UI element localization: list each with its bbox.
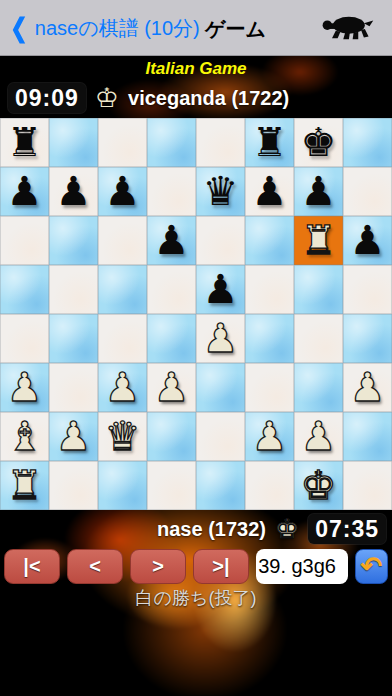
square-e1[interactable]	[196, 461, 245, 510]
square-c7[interactable]: ♟	[98, 167, 147, 216]
square-c8[interactable]	[98, 118, 147, 167]
square-e8[interactable]	[196, 118, 245, 167]
page-title: ゲーム	[205, 16, 266, 43]
black-king-icon: ♔	[95, 83, 119, 113]
square-c2[interactable]: ♛	[98, 412, 147, 461]
square-d3[interactable]: ♟	[147, 363, 196, 412]
square-b4[interactable]	[49, 314, 98, 363]
white-clock: 07:35	[308, 514, 386, 544]
square-f5[interactable]	[245, 265, 294, 314]
square-f7[interactable]: ♟	[245, 167, 294, 216]
square-b3[interactable]	[49, 363, 98, 412]
undo-button[interactable]: ↶	[355, 549, 388, 584]
square-f6[interactable]	[245, 216, 294, 265]
piece-black-pawn: ♟	[294, 167, 343, 216]
piece-white-king: ♚	[294, 461, 343, 510]
back-button[interactable]: ❮ naseの棋譜 (10分)	[8, 14, 200, 42]
square-f8[interactable]: ♜	[245, 118, 294, 167]
turtle-speed-icon[interactable]	[317, 13, 377, 43]
previous-move-button[interactable]: <	[67, 549, 123, 584]
square-e6[interactable]	[196, 216, 245, 265]
move-controls: |< < > >| 39. g3g6 ↶	[0, 548, 392, 584]
square-d1[interactable]	[147, 461, 196, 510]
square-e4[interactable]: ♟	[196, 314, 245, 363]
piece-black-rook: ♜	[245, 118, 294, 167]
square-a7[interactable]: ♟	[0, 167, 49, 216]
piece-white-queen: ♛	[98, 412, 147, 461]
square-a6[interactable]	[0, 216, 49, 265]
square-g1[interactable]: ♚	[294, 461, 343, 510]
white-player-name: nase (1732)	[157, 518, 266, 541]
last-move-button[interactable]: >|	[193, 549, 249, 584]
square-b1[interactable]	[49, 461, 98, 510]
square-h7[interactable]	[343, 167, 392, 216]
black-clock: 09:09	[8, 83, 86, 113]
piece-black-pawn: ♟	[245, 167, 294, 216]
square-g2[interactable]: ♟	[294, 412, 343, 461]
square-f1[interactable]	[245, 461, 294, 510]
square-c6[interactable]	[98, 216, 147, 265]
piece-black-queen: ♛	[196, 167, 245, 216]
piece-black-pawn: ♟	[196, 265, 245, 314]
square-e5[interactable]: ♟	[196, 265, 245, 314]
square-a5[interactable]	[0, 265, 49, 314]
square-d8[interactable]	[147, 118, 196, 167]
piece-black-king: ♚	[294, 118, 343, 167]
square-e7[interactable]: ♛	[196, 167, 245, 216]
piece-white-pawn: ♟	[343, 363, 392, 412]
piece-black-pawn: ♟	[49, 167, 98, 216]
square-g4[interactable]	[294, 314, 343, 363]
square-d4[interactable]	[147, 314, 196, 363]
square-g5[interactable]	[294, 265, 343, 314]
square-b2[interactable]: ♟	[49, 412, 98, 461]
square-c5[interactable]	[98, 265, 147, 314]
square-a1[interactable]: ♜	[0, 461, 49, 510]
square-d5[interactable]	[147, 265, 196, 314]
square-e2[interactable]	[196, 412, 245, 461]
bottom-player-row: nase (1732) ♚ 07:35	[0, 513, 392, 545]
square-g8[interactable]: ♚	[294, 118, 343, 167]
square-g3[interactable]	[294, 363, 343, 412]
square-b6[interactable]	[49, 216, 98, 265]
square-h4[interactable]	[343, 314, 392, 363]
square-b8[interactable]	[49, 118, 98, 167]
piece-white-pawn: ♟	[98, 363, 147, 412]
piece-white-bishop: ♝	[0, 412, 49, 461]
current-move-display[interactable]: 39. g3g6	[256, 549, 348, 584]
square-h1[interactable]	[343, 461, 392, 510]
chess-board: ♜♜♚♟♟♟♛♟♟♟♜♟♟♟♟♟♟♟♝♟♛♟♟♜♚	[0, 118, 392, 510]
back-chevron-icon: ❮	[10, 14, 27, 42]
square-h6[interactable]: ♟	[343, 216, 392, 265]
square-e3[interactable]	[196, 363, 245, 412]
back-button-label: naseの棋譜 (10分)	[35, 14, 200, 42]
first-move-button[interactable]: |<	[4, 549, 60, 584]
next-move-button[interactable]: >	[130, 549, 186, 584]
square-h3[interactable]: ♟	[343, 363, 392, 412]
piece-white-pawn: ♟	[294, 412, 343, 461]
piece-white-rook: ♜	[0, 461, 49, 510]
piece-black-pawn: ♟	[98, 167, 147, 216]
square-a2[interactable]: ♝	[0, 412, 49, 461]
square-b7[interactable]: ♟	[49, 167, 98, 216]
square-f4[interactable]	[245, 314, 294, 363]
black-player-name: viceganda (1722)	[128, 87, 289, 110]
square-a4[interactable]	[0, 314, 49, 363]
square-c4[interactable]	[98, 314, 147, 363]
square-h2[interactable]	[343, 412, 392, 461]
piece-white-pawn: ♟	[0, 363, 49, 412]
square-a3[interactable]: ♟	[0, 363, 49, 412]
square-d6[interactable]: ♟	[147, 216, 196, 265]
square-g7[interactable]: ♟	[294, 167, 343, 216]
white-king-icon: ♚	[275, 514, 299, 544]
navigation-bar: ❮ naseの棋譜 (10分) ゲーム	[0, 0, 392, 56]
square-h8[interactable]	[343, 118, 392, 167]
square-c1[interactable]	[98, 461, 147, 510]
piece-black-pawn: ♟	[343, 216, 392, 265]
opening-name: Italian Game	[0, 59, 392, 79]
piece-white-pawn: ♟	[196, 314, 245, 363]
piece-white-pawn: ♟	[147, 363, 196, 412]
top-player-row: 09:09 ♔ viceganda (1722)	[0, 82, 392, 114]
piece-black-rook: ♜	[0, 118, 49, 167]
square-h5[interactable]	[343, 265, 392, 314]
square-d7[interactable]	[147, 167, 196, 216]
piece-black-pawn: ♟	[147, 216, 196, 265]
chess-app-screen: ❮ naseの棋譜 (10分) ゲーム Italian Game 09:09 ♔…	[0, 0, 392, 696]
square-b5[interactable]	[49, 265, 98, 314]
piece-black-pawn: ♟	[0, 167, 49, 216]
square-a8[interactable]: ♜	[0, 118, 49, 167]
square-d2[interactable]	[147, 412, 196, 461]
square-f2[interactable]: ♟	[245, 412, 294, 461]
square-g6[interactable]: ♜	[294, 216, 343, 265]
piece-white-pawn: ♟	[245, 412, 294, 461]
square-f3[interactable]	[245, 363, 294, 412]
square-c3[interactable]: ♟	[98, 363, 147, 412]
piece-white-rook: ♜	[294, 216, 343, 265]
game-result-text: 白の勝ち(投了)	[0, 586, 392, 610]
undo-arrow-icon: ↶	[361, 551, 383, 581]
piece-white-pawn: ♟	[49, 412, 98, 461]
